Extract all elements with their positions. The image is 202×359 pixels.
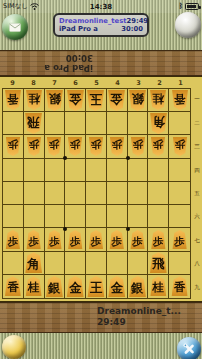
shogi-piece[interactable]: 銀	[128, 90, 147, 111]
file-label: 5	[94, 79, 99, 87]
board-cell[interactable]	[86, 159, 107, 182]
battery-icon	[185, 3, 199, 10]
shogi-app-screen: SIMなし 14:38 ᛒ Dreamonl	[0, 0, 202, 359]
rank-label: 八	[194, 260, 200, 267]
shogi-piece[interactable]: 香	[171, 90, 189, 110]
board-cell[interactable]: 銀	[128, 275, 149, 298]
shogi-piece[interactable]: 桂	[149, 276, 167, 296]
piece-kanji: 桂	[153, 279, 165, 294]
board-cell[interactable]	[24, 159, 45, 182]
piece-kanji: 歩	[28, 140, 39, 154]
board-cell[interactable]	[3, 159, 24, 182]
shogi-piece[interactable]: 歩	[172, 137, 188, 156]
piece-kanji: 香	[7, 93, 19, 108]
board-cell[interactable]: 香	[3, 275, 24, 298]
opponent-name: iPad Pro a	[44, 63, 93, 73]
piece-kanji: 歩	[174, 233, 185, 247]
board-cell[interactable]: 歩	[169, 228, 190, 251]
board-cell[interactable]	[3, 182, 24, 205]
board-cell[interactable]: 桂	[148, 275, 169, 298]
shogi-piece[interactable]: 歩	[130, 137, 146, 156]
player1-row: Dreamonline_test 29:49	[59, 17, 143, 25]
board-cell[interactable]	[169, 182, 190, 205]
file-labels: 987654321	[2, 77, 191, 88]
board-cell[interactable]	[169, 112, 190, 135]
file-label: 9	[10, 79, 15, 87]
bluetooth-icon: ᛒ	[179, 3, 183, 10]
shogi-piece[interactable]: 金	[66, 90, 85, 111]
board-cell[interactable]	[3, 252, 24, 275]
board-cell[interactable]	[128, 159, 149, 182]
tools-icon	[182, 342, 196, 356]
board-cell[interactable]: 歩	[3, 228, 24, 251]
shogi-piece[interactable]: 歩	[26, 137, 42, 156]
shogi-piece[interactable]: 歩	[109, 230, 125, 249]
board-cell[interactable]: 歩	[24, 228, 45, 251]
shogi-piece[interactable]: 歩	[172, 230, 188, 249]
mail-button[interactable]	[2, 14, 28, 40]
board-cell[interactable]: 歩	[3, 135, 24, 158]
clock-time: 14:38	[90, 3, 112, 11]
piece-kanji: 歩	[153, 140, 164, 154]
shogi-piece[interactable]: 歩	[5, 137, 21, 156]
carrier-area: SIMなし	[0, 2, 42, 11]
shogi-piece[interactable]: 歩	[67, 230, 83, 249]
piece-kanji: 歩	[91, 140, 102, 154]
board-cell[interactable]	[86, 182, 107, 205]
board-cell[interactable]: 歩	[107, 135, 128, 158]
board-cell[interactable]	[24, 182, 45, 205]
piece-kanji: 金	[69, 92, 82, 108]
board-cell[interactable]	[148, 205, 169, 228]
file-label: 1	[178, 79, 183, 87]
piece-kanji: 歩	[8, 233, 19, 247]
board-cell[interactable]: 歩	[148, 228, 169, 251]
shogi-piece[interactable]: 角	[149, 113, 168, 134]
board-cell[interactable]: 飛	[148, 252, 169, 275]
board-cell[interactable]	[86, 252, 107, 275]
board-cell[interactable]	[107, 252, 128, 275]
file-label: 7	[52, 79, 57, 87]
player2-clock: 30:00	[121, 25, 143, 33]
board-cell[interactable]	[45, 112, 66, 135]
shogi-piece[interactable]: 歩	[150, 230, 166, 249]
shogi-piece[interactable]: 香	[171, 276, 189, 296]
piece-kanji: 銀	[131, 279, 144, 295]
board-cell[interactable]: 香	[169, 89, 190, 112]
gold-pearl-button[interactable]	[2, 335, 26, 359]
opponent-bar: iPad Pro a 30:00	[0, 50, 202, 76]
board-cell[interactable]	[107, 159, 128, 182]
board-cell[interactable]: 金	[107, 275, 128, 298]
piece-kanji: 歩	[8, 140, 19, 154]
board-cell[interactable]: 銀	[128, 89, 149, 112]
board-cell[interactable]	[3, 205, 24, 228]
piece-kanji: 銀	[48, 279, 61, 295]
shogi-piece[interactable]: 金	[107, 90, 126, 111]
board-cell[interactable]: 桂	[148, 89, 169, 112]
pearl-button[interactable]	[175, 12, 201, 38]
shogi-piece[interactable]: 歩	[26, 230, 42, 249]
board-cell[interactable]: 歩	[86, 228, 107, 251]
board-cell[interactable]: 歩	[45, 135, 66, 158]
piece-kanji: 玉	[90, 92, 103, 108]
shogi-piece[interactable]: 玉	[86, 90, 105, 111]
piece-kanji: 金	[111, 279, 124, 295]
file-label: 2	[157, 79, 162, 87]
board-cell[interactable]: 歩	[65, 135, 86, 158]
rank-labels: 一二三四五六七八九	[192, 88, 202, 299]
board-cell[interactable]: 歩	[148, 135, 169, 158]
piece-kanji: 銀	[48, 92, 61, 108]
board-cell[interactable]	[45, 252, 66, 275]
board-cell[interactable]	[107, 205, 128, 228]
star-point	[126, 156, 130, 160]
shogi-piece[interactable]: 金	[107, 276, 126, 297]
piece-kanji: 歩	[70, 140, 81, 154]
piece-kanji: 銀	[131, 92, 144, 108]
board-cell[interactable]	[148, 182, 169, 205]
shogi-piece[interactable]: 王	[86, 276, 105, 297]
board-cell[interactable]: 桂	[24, 89, 45, 112]
shogi-piece[interactable]: 桂	[149, 90, 167, 110]
shogi-piece[interactable]: 飛	[24, 113, 43, 134]
board-cell[interactable]: 金	[107, 89, 128, 112]
mail-icon	[9, 23, 21, 32]
shogi-piece[interactable]: 銀	[128, 276, 147, 297]
board-cell[interactable]: 歩	[128, 135, 149, 158]
piece-kanji: 桂	[28, 93, 40, 108]
board-cell[interactable]: 金	[65, 275, 86, 298]
board-cell[interactable]	[169, 252, 190, 275]
board-cell[interactable]	[65, 205, 86, 228]
status-bar: SIMなし 14:38 ᛒ	[0, 0, 202, 13]
piece-kanji: 歩	[132, 233, 143, 247]
piece-kanji: 王	[90, 279, 103, 295]
board-cell[interactable]: 角	[148, 112, 169, 135]
piece-kanji: 香	[7, 279, 19, 294]
piece-kanji: 歩	[112, 233, 123, 247]
board-cell[interactable]: 香	[169, 275, 190, 298]
carrier-label: SIMなし	[3, 2, 28, 11]
rank-label: 三	[194, 143, 200, 150]
board-cell[interactable]	[65, 252, 86, 275]
piece-kanji: 香	[174, 279, 186, 294]
board-cell[interactable]	[45, 159, 66, 182]
file-label: 6	[73, 79, 78, 87]
piece-kanji: 歩	[28, 233, 39, 247]
status-icons: ᛒ	[176, 3, 202, 10]
settings-button[interactable]	[177, 337, 201, 359]
board-cell[interactable]: 王	[86, 275, 107, 298]
board-cell[interactable]: 香	[3, 89, 24, 112]
piece-kanji: 歩	[49, 233, 60, 247]
board-cell[interactable]	[65, 159, 86, 182]
piece-kanji: 金	[69, 279, 82, 295]
board-cell[interactable]: 歩	[86, 135, 107, 158]
shogi-piece[interactable]: 歩	[109, 137, 125, 156]
opponent-clock: 30:00	[44, 53, 93, 63]
shogi-piece[interactable]: 歩	[5, 230, 21, 249]
shogi-piece[interactable]: 香	[4, 276, 22, 296]
piece-kanji: 飛	[27, 116, 40, 132]
board-cell[interactable]	[128, 182, 149, 205]
piece-kanji: 桂	[28, 279, 40, 294]
board-cell[interactable]	[45, 182, 66, 205]
match-info-panel[interactable]: Dreamonline_test 29:49 iPad Pro a 30:00	[53, 13, 149, 37]
rank-label: 一	[194, 96, 200, 103]
shogi-piece[interactable]: 歩	[88, 230, 104, 249]
file-label: 4	[115, 79, 120, 87]
piece-kanji: 歩	[132, 140, 143, 154]
rank-label: 六	[194, 213, 200, 220]
board-cell[interactable]: 歩	[107, 228, 128, 251]
piece-kanji: 桂	[153, 93, 165, 108]
board-cell[interactable]: 玉	[86, 89, 107, 112]
board-cell[interactable]: 桂	[24, 275, 45, 298]
shogi-piece[interactable]: 歩	[46, 137, 62, 156]
shogi-piece[interactable]: 金	[66, 276, 85, 297]
board-cell[interactable]	[3, 112, 24, 135]
board-cell[interactable]: 歩	[65, 228, 86, 251]
piece-kanji: 歩	[174, 140, 185, 154]
player2-row: iPad Pro a 30:00	[59, 25, 143, 33]
shogi-piece[interactable]: 香	[4, 90, 22, 110]
shogi-piece[interactable]: 歩	[67, 137, 83, 156]
opponent-bar-rotated: iPad Pro a 30:00	[0, 51, 202, 75]
piece-kanji: 歩	[91, 233, 102, 247]
star-point	[63, 156, 67, 160]
board-cell[interactable]: 銀	[45, 89, 66, 112]
shogi-piece[interactable]: 銀	[45, 90, 64, 111]
board-cell[interactable]	[169, 205, 190, 228]
star-point	[126, 227, 130, 231]
board-cell[interactable]	[128, 205, 149, 228]
board-cell[interactable]: 飛	[24, 112, 45, 135]
board-cell[interactable]	[65, 182, 86, 205]
board-cell[interactable]	[169, 159, 190, 182]
piece-kanji: 歩	[49, 140, 60, 154]
own-player-name: Dreamonline_t...	[97, 306, 181, 317]
board-cell[interactable]	[24, 205, 45, 228]
board-cell[interactable]: 金	[65, 89, 86, 112]
shogi-piece[interactable]: 角	[24, 252, 43, 273]
board-cell[interactable]	[128, 112, 149, 135]
player2-name: iPad Pro a	[59, 25, 98, 33]
piece-kanji: 歩	[70, 233, 81, 247]
shogi-board[interactable]: 987654321 一二三四五六七八九 香桂銀金玉金銀桂香飛角歩歩歩歩歩歩歩歩歩…	[0, 76, 202, 302]
piece-kanji: 歩	[153, 233, 164, 247]
rank-label: 五	[194, 190, 200, 197]
piece-kanji: 金	[111, 92, 124, 108]
file-label: 3	[136, 79, 141, 87]
shogi-piece[interactable]: 桂	[25, 276, 43, 296]
player1-clock: 29:49	[126, 17, 148, 25]
wifi-icon	[30, 3, 39, 10]
own-player-clock: 29:49	[97, 317, 181, 328]
board-cell[interactable]: 銀	[45, 275, 66, 298]
board-cell[interactable]	[65, 112, 86, 135]
board-cell[interactable]	[45, 205, 66, 228]
rank-label: 四	[194, 167, 200, 174]
board-cell[interactable]: 角	[24, 252, 45, 275]
board-cell[interactable]: 歩	[169, 135, 190, 158]
shogi-piece[interactable]: 歩	[150, 137, 166, 156]
board-cell[interactable]: 歩	[45, 228, 66, 251]
file-label: 8	[31, 79, 36, 87]
board-cell[interactable]	[128, 252, 149, 275]
board-grid[interactable]: 香桂銀金玉金銀桂香飛角歩歩歩歩歩歩歩歩歩歩歩歩歩歩歩歩歩歩角飛香桂銀金王金銀桂香	[2, 88, 191, 299]
board-cell[interactable]	[107, 112, 128, 135]
board-cell[interactable]: 歩	[24, 135, 45, 158]
piece-kanji: 香	[174, 93, 186, 108]
shogi-piece[interactable]: 桂	[25, 90, 43, 110]
piece-kanji: 角	[152, 116, 165, 132]
player1-name: Dreamonline_test	[59, 17, 126, 25]
rank-label: 九	[194, 284, 200, 291]
board-cell[interactable]	[107, 182, 128, 205]
rank-label: 七	[194, 237, 200, 244]
shogi-piece[interactable]: 歩	[46, 230, 62, 249]
board-cell[interactable]	[86, 112, 107, 135]
rank-label: 二	[194, 120, 200, 127]
board-cell[interactable]	[148, 159, 169, 182]
piece-kanji: 角	[27, 255, 40, 271]
board-cell[interactable]: 歩	[128, 228, 149, 251]
piece-kanji: 歩	[112, 140, 123, 154]
shogi-piece[interactable]: 銀	[45, 276, 64, 297]
shogi-piece[interactable]: 飛	[149, 252, 168, 273]
piece-kanji: 飛	[152, 255, 165, 271]
star-point	[63, 227, 67, 231]
board-cell[interactable]	[86, 205, 107, 228]
own-player-bar: Dreamonline_t... 29:49	[0, 302, 202, 333]
shogi-piece[interactable]: 歩	[88, 137, 104, 156]
shogi-piece[interactable]: 歩	[130, 230, 146, 249]
